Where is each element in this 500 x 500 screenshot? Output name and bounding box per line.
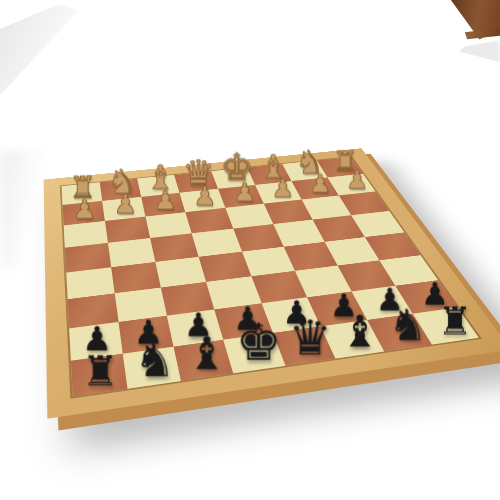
square-a4[interactable] bbox=[351, 211, 404, 237]
square-f8[interactable]: ♝ bbox=[174, 340, 234, 381]
square-h3[interactable] bbox=[64, 221, 108, 248]
piece-black-bishop[interactable]: ♝ bbox=[334, 310, 385, 354]
square-h4[interactable] bbox=[65, 243, 111, 272]
square-h8[interactable]: ♜ bbox=[71, 354, 128, 397]
piece-white-pawn[interactable]: ♟ bbox=[224, 180, 263, 206]
square-a5[interactable] bbox=[365, 232, 421, 260]
piece-black-rook[interactable]: ♜ bbox=[73, 350, 127, 392]
square-g3[interactable] bbox=[105, 217, 150, 243]
piece-black-queen[interactable]: ♛ bbox=[284, 313, 336, 361]
piece-white-pawn[interactable]: ♟ bbox=[301, 172, 340, 197]
square-f2[interactable]: ♟ bbox=[141, 193, 185, 217]
square-g8[interactable]: ♞ bbox=[123, 347, 181, 389]
piece-white-pawn[interactable]: ♟ bbox=[105, 192, 145, 218]
piece-white-pawn[interactable]: ♟ bbox=[64, 196, 105, 223]
board-scene: ♜♞♝♛♚♝♞♜♟♟♟♟♟♟♟♟♟♟♟♟♟♟♟♟♜♞♝♚♛♝♞♜ bbox=[44, 148, 500, 418]
piece-white-pawn[interactable]: ♟ bbox=[338, 168, 376, 193]
square-g5[interactable] bbox=[111, 262, 161, 293]
piece-white-pawn[interactable]: ♟ bbox=[263, 176, 302, 201]
piece-black-king[interactable]: ♚ bbox=[233, 318, 285, 369]
photo-backdrop: ♜♞♝♛♚♝♞♜♟♟♟♟♟♟♟♟♟♟♟♟♟♟♟♟♜♞♝♚♛♝♞♜ bbox=[0, 0, 500, 500]
piece-black-rook[interactable]: ♜ bbox=[430, 302, 480, 340]
wooden-box-corner bbox=[446, 0, 500, 46]
chess-board: ♜♞♝♛♚♝♞♜♟♟♟♟♟♟♟♟♟♟♟♟♟♟♟♟♜♞♝♚♛♝♞♜ bbox=[62, 157, 479, 397]
box-shadow bbox=[456, 40, 500, 66]
piece-white-pawn[interactable]: ♟ bbox=[146, 188, 186, 214]
piece-black-bishop[interactable]: ♝ bbox=[181, 331, 234, 377]
backdrop-crease-shadow bbox=[0, 4, 152, 99]
piece-black-knight[interactable]: ♞ bbox=[128, 338, 182, 384]
square-h5[interactable] bbox=[66, 267, 115, 299]
square-h2[interactable]: ♟ bbox=[63, 201, 105, 226]
square-e2[interactable]: ♟ bbox=[180, 189, 225, 212]
piece-white-pawn[interactable]: ♟ bbox=[185, 184, 225, 210]
piece-black-knight[interactable]: ♞ bbox=[382, 304, 433, 348]
square-f3[interactable] bbox=[146, 212, 192, 238]
square-g2[interactable]: ♟ bbox=[102, 197, 145, 221]
board-frame: ♜♞♝♛♚♝♞♜♟♟♟♟♟♟♟♟♟♟♟♟♟♟♟♟♜♞♝♚♛♝♞♜ bbox=[44, 148, 500, 418]
